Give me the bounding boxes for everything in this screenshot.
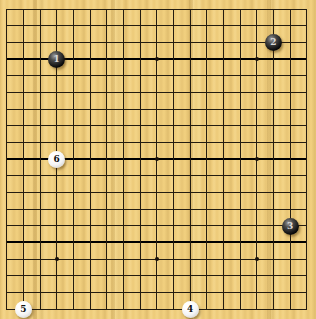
grid-line-v-19 xyxy=(306,9,307,310)
stone-black-3: 3 xyxy=(282,218,299,235)
grid-line-v-6 xyxy=(90,9,91,310)
star-point xyxy=(255,57,259,61)
star-point xyxy=(255,157,259,161)
star-point xyxy=(55,257,59,261)
grid-line-v-12 xyxy=(190,9,191,310)
stone-white-6: 6 xyxy=(48,151,65,168)
grid-line-v-14 xyxy=(223,9,224,310)
stone-white-5: 5 xyxy=(15,301,32,318)
go-board-screenshot: 123456 xyxy=(0,0,316,319)
grid-line-v-2 xyxy=(23,9,24,310)
grid-line-v-3 xyxy=(40,9,41,310)
star-point xyxy=(255,257,259,261)
star-point xyxy=(155,57,159,61)
go-board[interactable]: 123456 xyxy=(0,0,316,319)
star-point xyxy=(155,157,159,161)
grid-line-v-15 xyxy=(240,9,241,310)
grid-line-v-7 xyxy=(106,9,107,310)
grid-line-v-9 xyxy=(140,9,141,310)
stone-white-4: 4 xyxy=(182,301,199,318)
grid-line-v-8 xyxy=(123,9,124,310)
grid-line-v-11 xyxy=(173,9,174,310)
grid-line-v-1 xyxy=(6,9,7,310)
grid-line-v-18 xyxy=(290,9,291,310)
stone-black-2: 2 xyxy=(265,34,282,51)
grid-line-v-17 xyxy=(273,9,274,310)
grid-line-v-5 xyxy=(73,9,74,310)
star-point xyxy=(155,257,159,261)
grid-line-v-13 xyxy=(206,9,207,310)
stone-black-1: 1 xyxy=(48,51,65,68)
